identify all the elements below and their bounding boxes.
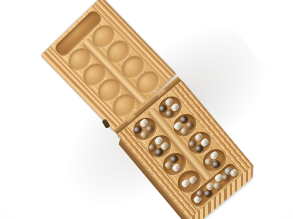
- photo-scene: Mancala (Kalaha) folding bamboo travel b…: [0, 0, 293, 219]
